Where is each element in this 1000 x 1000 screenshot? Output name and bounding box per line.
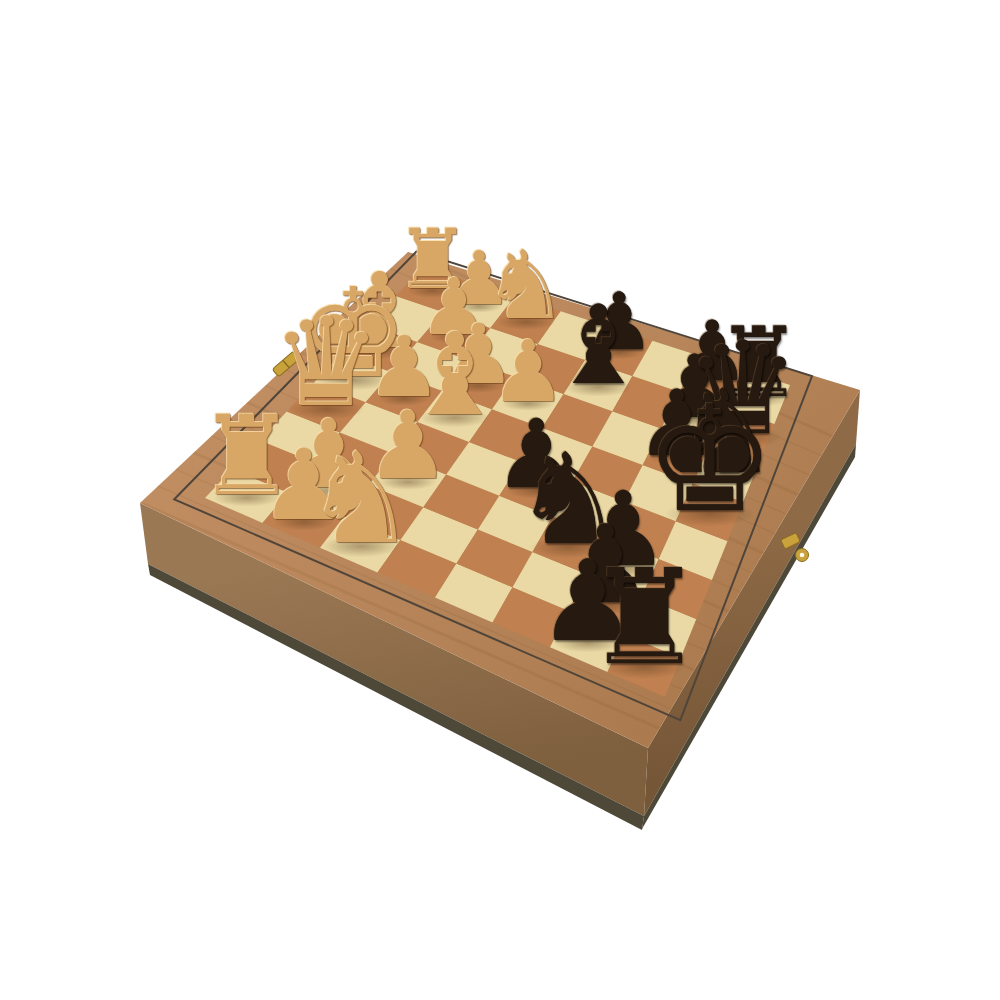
chess-set-photo: ♜♟♞♟♝♟♚♟♟♝♜♟♟♛♝♟♛♟♞♟♟♟♜♚♟♞♞♟♟♟♜ [0, 0, 1000, 1000]
piece-black-rook-a8[interactable]: ♜ [585, 552, 703, 684]
piece-white-knight-a3[interactable]: ♞ [304, 436, 417, 562]
